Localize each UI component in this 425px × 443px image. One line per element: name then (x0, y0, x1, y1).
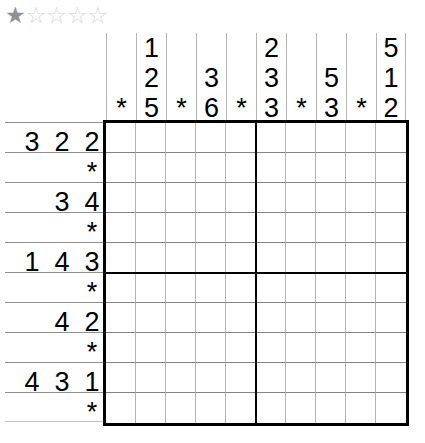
grid-cell-r3c7[interactable] (286, 183, 316, 213)
row-clue-cell-r6-c1 (17, 272, 47, 302)
grid-cell-r4c1[interactable] (106, 213, 136, 243)
grid-cell-r3c1[interactable] (106, 183, 136, 213)
grid-cell-r2c7[interactable] (286, 153, 316, 183)
row-clue-spacer-r10 (5, 392, 17, 422)
grid-cell-r7c9[interactable] (346, 303, 376, 333)
grid-cell-r8c10[interactable] (376, 333, 406, 363)
column-clue-cell-c6-r2: 3 (256, 63, 286, 93)
grid-cell-r1c5[interactable] (226, 123, 256, 153)
grid-cell-r9c2[interactable] (136, 363, 166, 393)
column-clue-cell-c6-r1: 2 (256, 33, 286, 63)
star-filled-icon: ★ (5, 2, 26, 28)
grid-cell-r4c10[interactable] (376, 213, 406, 243)
column-clue-cell-c8-r1 (316, 33, 346, 63)
star-outline-icon: ☆ (26, 2, 47, 28)
grid-cell-r6c1[interactable] (106, 273, 136, 303)
grid-cell-r2c8[interactable] (316, 153, 346, 183)
row-clues: 322*34*143*42*431* (5, 122, 107, 422)
puzzle-grid (103, 120, 409, 426)
row-clue-cell-r3-c2: 3 (47, 182, 77, 212)
column-clue-cell-c8-r2: 5 (316, 63, 346, 93)
difficulty-rating: ★☆☆☆☆ (5, 2, 108, 28)
column-clue-cell-c10-r3: 2 (376, 93, 406, 123)
grid-cell-r10c1[interactable] (106, 393, 136, 423)
grid-cell-r1c8[interactable] (316, 123, 346, 153)
grid-cell-r6c4[interactable] (196, 273, 226, 303)
grid-cell-r3c4[interactable] (196, 183, 226, 213)
grid-cell-r7c6[interactable] (256, 303, 286, 333)
grid-cell-r3c6[interactable] (256, 183, 286, 213)
grid-cell-r1c9[interactable] (346, 123, 376, 153)
column-clue-cell-c3-r1 (166, 33, 196, 63)
grid-cell-r8c1[interactable] (106, 333, 136, 363)
grid-cell-r10c4[interactable] (196, 393, 226, 423)
row-clue-cell-r4-c2 (47, 212, 77, 242)
grid-cell-r5c3[interactable] (166, 243, 196, 273)
grid-cell-r8c8[interactable] (316, 333, 346, 363)
column-clue-cell-c9-r2 (346, 63, 376, 93)
grid-cell-r10c8[interactable] (316, 393, 346, 423)
column-clue-cell-c5-r1 (226, 33, 256, 63)
grid-cell-r9c6[interactable] (256, 363, 286, 393)
row-clue-spacer-r3 (5, 182, 17, 212)
grid-cell-r3c2[interactable] (136, 183, 166, 213)
grid-cell-r1c7[interactable] (286, 123, 316, 153)
row-clue-cell-r1-c2: 2 (47, 122, 77, 152)
row-clue-cell-r4-c1 (17, 212, 47, 242)
column-clue-cell-c9-r1 (346, 33, 376, 63)
grid-cell-r6c2[interactable] (136, 273, 166, 303)
grid-cell-r4c6[interactable] (256, 213, 286, 243)
grid-cell-r4c8[interactable] (316, 213, 346, 243)
grid-cell-r9c7[interactable] (286, 363, 316, 393)
grid-cell-r7c5[interactable] (226, 303, 256, 333)
grid-cell-r9c8[interactable] (316, 363, 346, 393)
row-clue-cell-r10-c2 (47, 392, 77, 422)
grid-cell-r3c5[interactable] (226, 183, 256, 213)
column-clue-cell-c2-r3: 5 (136, 93, 166, 123)
grid-cell-r7c3[interactable] (166, 303, 196, 333)
grid-cell-r8c5[interactable] (226, 333, 256, 363)
grid-cell-r8c4[interactable] (196, 333, 226, 363)
column-clue-cell-c4-r3: 6 (196, 93, 226, 123)
column-clue-cell-c4-r2: 3 (196, 63, 226, 93)
grid-cell-r6c6[interactable] (256, 273, 286, 303)
column-clue-cell-c5-r2 (226, 63, 256, 93)
row-clue-cell-r8-c2 (47, 332, 77, 362)
grid-cell-r4c5[interactable] (226, 213, 256, 243)
grid-cell-r10c9[interactable] (346, 393, 376, 423)
grid-cell-r2c6[interactable] (256, 153, 286, 183)
column-clue-cell-c1-r1 (106, 33, 136, 63)
grid-cell-r7c8[interactable] (316, 303, 346, 333)
grid-cell-r2c2[interactable] (136, 153, 166, 183)
grid-cell-r3c10[interactable] (376, 183, 406, 213)
column-clue-cell-c3-r2 (166, 63, 196, 93)
grid-cell-r3c9[interactable] (346, 183, 376, 213)
grid-cell-r4c2[interactable] (136, 213, 166, 243)
grid-cell-r4c7[interactable] (286, 213, 316, 243)
column-clue-cell-c10-r1: 5 (376, 33, 406, 63)
grid-cell-r7c4[interactable] (196, 303, 226, 333)
grid-cell-r9c4[interactable] (196, 363, 226, 393)
grid-cell-r6c8[interactable] (316, 273, 346, 303)
row-clue-spacer-r5 (5, 242, 17, 272)
grid-cell-r10c6[interactable] (256, 393, 286, 423)
grid-cell-r7c2[interactable] (136, 303, 166, 333)
grid-cell-r8c9[interactable] (346, 333, 376, 363)
row-clue-cell-r3-c1 (17, 182, 47, 212)
grid-cell-r3c8[interactable] (316, 183, 346, 213)
grid-cell-r4c4[interactable] (196, 213, 226, 243)
grid-cell-r8c7[interactable] (286, 333, 316, 363)
column-clue-cell-c1-r3: * (106, 93, 136, 123)
grid-cell-r10c10[interactable] (376, 393, 406, 423)
grid-cell-r2c3[interactable] (166, 153, 196, 183)
column-clue-cell-c9-r3: * (346, 93, 376, 123)
column-clue-cell-c7-r1 (286, 33, 316, 63)
row-clue-cell-r2-c2 (47, 152, 77, 182)
grid-cell-r4c3[interactable] (166, 213, 196, 243)
column-clue-cell-c2-r1: 1 (136, 33, 166, 63)
column-clue-cell-c1-r2 (106, 63, 136, 93)
column-clue-cell-c10-r2: 1 (376, 63, 406, 93)
grid-cell-r3c3[interactable] (166, 183, 196, 213)
grid-cell-r6c7[interactable] (286, 273, 316, 303)
grid-cell-r9c3[interactable] (166, 363, 196, 393)
grid-cell-r10c7[interactable] (286, 393, 316, 423)
grid-cell-r1c2[interactable] (136, 123, 166, 153)
grid-cell-r2c10[interactable] (376, 153, 406, 183)
column-clue-cell-c4-r1 (196, 33, 226, 63)
grid-cell-r5c5[interactable] (226, 243, 256, 273)
grid-cell-r9c1[interactable] (106, 363, 136, 393)
star-outline-icon: ☆ (67, 2, 88, 28)
grid-cell-r2c1[interactable] (106, 153, 136, 183)
row-clue-spacer-r8 (5, 332, 17, 362)
star-outline-icon: ☆ (46, 2, 67, 28)
row-clue-spacer-r7 (5, 302, 17, 332)
grid-cell-r2c9[interactable] (346, 153, 376, 183)
nonogram-puzzle-page: ★☆☆☆☆ 12523351*5*6*3*3*2 322*34*143*42*4… (0, 0, 425, 443)
grid-cell-r1c3[interactable] (166, 123, 196, 153)
grid-cell-r5c9[interactable] (346, 243, 376, 273)
star-outline-icon: ☆ (88, 2, 109, 28)
column-clue-cell-c8-r3: 3 (316, 93, 346, 123)
grid-cell-r6c5[interactable] (226, 273, 256, 303)
grid-cell-r1c1[interactable] (106, 123, 136, 153)
row-clue-spacer-r4 (5, 212, 17, 242)
row-clue-cell-r6-c2 (47, 272, 77, 302)
grid-cell-r2c4[interactable] (196, 153, 226, 183)
grid-cell-r8c3[interactable] (166, 333, 196, 363)
grid-cell-r10c2[interactable] (136, 393, 166, 423)
row-clue-cell-r2-c1 (17, 152, 47, 182)
grid-cell-r9c10[interactable] (376, 363, 406, 393)
grid-cell-r10c3[interactable] (166, 393, 196, 423)
grid-cell-r5c4[interactable] (196, 243, 226, 273)
grid-cell-r5c1[interactable] (106, 243, 136, 273)
column-clue-cell-c5-r3: * (226, 93, 256, 123)
grid-cell-r2c5[interactable] (226, 153, 256, 183)
grid-cell-r5c2[interactable] (136, 243, 166, 273)
row-clue-spacer-r1 (5, 122, 17, 152)
row-clue-cell-r7-c1 (17, 302, 47, 332)
grid-cell-r7c7[interactable] (286, 303, 316, 333)
row-clue-cell-r9-c1: 4 (17, 362, 47, 392)
row-clue-cell-r1-c1: 3 (17, 122, 47, 152)
grid-cell-r7c10[interactable] (376, 303, 406, 333)
row-clue-cell-r10-c1 (17, 392, 47, 422)
grid-cell-r1c4[interactable] (196, 123, 226, 153)
grid-cell-r6c9[interactable] (346, 273, 376, 303)
row-clue-cell-r7-c2: 4 (47, 302, 77, 332)
grid-cell-r5c7[interactable] (286, 243, 316, 273)
grid-cell-r5c10[interactable] (376, 243, 406, 273)
block-separator-horizontal (106, 272, 406, 274)
column-clue-cell-c7-r3: * (286, 93, 316, 123)
row-clue-cell-r5-c2: 4 (47, 242, 77, 272)
grid-cell-r5c8[interactable] (316, 243, 346, 273)
grid-cell-r6c3[interactable] (166, 273, 196, 303)
grid-cell-r8c2[interactable] (136, 333, 166, 363)
grid-cell-r5c6[interactable] (256, 243, 286, 273)
grid-cell-r8c6[interactable] (256, 333, 286, 363)
grid-cell-r6c10[interactable] (376, 273, 406, 303)
row-clue-spacer-r6 (5, 272, 17, 302)
row-clue-cell-r5-c1: 1 (17, 242, 47, 272)
grid-cell-r10c5[interactable] (226, 393, 256, 423)
column-clue-cell-c2-r2: 2 (136, 63, 166, 93)
grid-cell-r4c9[interactable] (346, 213, 376, 243)
column-clue-cell-c3-r3: * (166, 93, 196, 123)
grid-cell-r1c10[interactable] (376, 123, 406, 153)
column-clues: 12523351*5*6*3*3*2 (106, 33, 406, 123)
row-clue-spacer-r2 (5, 152, 17, 182)
grid-cell-r9c9[interactable] (346, 363, 376, 393)
grid-cell-r1c6[interactable] (256, 123, 286, 153)
row-clue-cell-r9-c2: 3 (47, 362, 77, 392)
column-clue-cell-c7-r2 (286, 63, 316, 93)
grid-cell-r9c5[interactable] (226, 363, 256, 393)
row-clue-cell-r8-c1 (17, 332, 47, 362)
grid-cell-r7c1[interactable] (106, 303, 136, 333)
row-clue-spacer-r9 (5, 362, 17, 392)
column-clue-cell-c6-r3: 3 (256, 93, 286, 123)
